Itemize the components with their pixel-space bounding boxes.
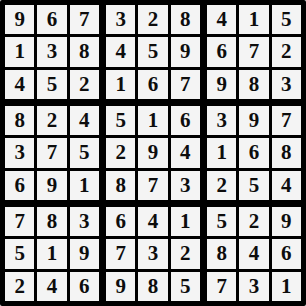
sudoku-box-4: 824375691: [5, 106, 99, 200]
cell-r2c1[interactable]: 1: [5, 37, 34, 66]
cell-r2c9[interactable]: 2: [272, 37, 301, 66]
cell-r6c7[interactable]: 2: [207, 171, 236, 200]
cell-r7c5[interactable]: 4: [138, 207, 167, 236]
cell-r4c9[interactable]: 7: [272, 106, 301, 135]
cell-r7c3[interactable]: 3: [70, 207, 99, 236]
cell-r3c4[interactable]: 1: [106, 70, 135, 99]
cell-r5c6[interactable]: 4: [171, 138, 200, 167]
cell-r9c8[interactable]: 3: [239, 272, 268, 301]
cell-r8c2[interactable]: 1: [37, 239, 66, 268]
cell-r1c3[interactable]: 7: [70, 5, 99, 34]
cell-r2c3[interactable]: 8: [70, 37, 99, 66]
cell-r9c4[interactable]: 9: [106, 272, 135, 301]
cell-r3c8[interactable]: 8: [239, 70, 268, 99]
cell-r6c1[interactable]: 6: [5, 171, 34, 200]
cell-r4c6[interactable]: 6: [171, 106, 200, 135]
cell-r5c3[interactable]: 5: [70, 138, 99, 167]
cell-r6c5[interactable]: 7: [138, 171, 167, 200]
cell-r4c1[interactable]: 8: [5, 106, 34, 135]
cell-r6c4[interactable]: 8: [106, 171, 135, 200]
cell-r8c1[interactable]: 5: [5, 239, 34, 268]
cell-r8c7[interactable]: 8: [207, 239, 236, 268]
cell-r4c8[interactable]: 9: [239, 106, 268, 135]
cell-r9c9[interactable]: 1: [272, 272, 301, 301]
cell-r1c8[interactable]: 1: [239, 5, 268, 34]
cell-r3c2[interactable]: 5: [37, 70, 66, 99]
cell-r7c9[interactable]: 9: [272, 207, 301, 236]
cell-r6c6[interactable]: 3: [171, 171, 200, 200]
cell-r8c5[interactable]: 3: [138, 239, 167, 268]
cell-r1c1[interactable]: 9: [5, 5, 34, 34]
cell-r3c3[interactable]: 2: [70, 70, 99, 99]
cell-r1c7[interactable]: 4: [207, 5, 236, 34]
cell-r3c7[interactable]: 9: [207, 70, 236, 99]
cell-r1c9[interactable]: 5: [272, 5, 301, 34]
cell-r9c6[interactable]: 5: [171, 272, 200, 301]
sudoku-box-5: 516294873: [106, 106, 200, 200]
cell-r9c2[interactable]: 4: [37, 272, 66, 301]
sudoku-box-9: 529846731: [207, 207, 301, 301]
cell-r2c8[interactable]: 7: [239, 37, 268, 66]
cell-r2c6[interactable]: 9: [171, 37, 200, 66]
cell-r5c4[interactable]: 2: [106, 138, 135, 167]
cell-r1c2[interactable]: 6: [37, 5, 66, 34]
cell-r7c2[interactable]: 8: [37, 207, 66, 236]
cell-r7c4[interactable]: 6: [106, 207, 135, 236]
cell-r8c8[interactable]: 4: [239, 239, 268, 268]
cell-r7c7[interactable]: 5: [207, 207, 236, 236]
cell-r4c5[interactable]: 1: [138, 106, 167, 135]
cell-r5c9[interactable]: 8: [272, 138, 301, 167]
cell-r3c1[interactable]: 4: [5, 70, 34, 99]
cell-r4c3[interactable]: 4: [70, 106, 99, 135]
sudoku-box-6: 397168254: [207, 106, 301, 200]
cell-r7c8[interactable]: 2: [239, 207, 268, 236]
cell-r5c1[interactable]: 3: [5, 138, 34, 167]
sudoku-board: 9671384523284591674156729838243756915162…: [0, 0, 306, 306]
cell-r3c9[interactable]: 3: [272, 70, 301, 99]
cell-r6c3[interactable]: 1: [70, 171, 99, 200]
cell-r2c2[interactable]: 3: [37, 37, 66, 66]
cell-r2c7[interactable]: 6: [207, 37, 236, 66]
sudoku-box-8: 641732985: [106, 207, 200, 301]
cell-r7c1[interactable]: 7: [5, 207, 34, 236]
sudoku-box-7: 783519246: [5, 207, 99, 301]
cell-r2c5[interactable]: 5: [138, 37, 167, 66]
sudoku-box-2: 328459167: [106, 5, 200, 99]
cell-r5c2[interactable]: 7: [37, 138, 66, 167]
cell-r7c6[interactable]: 1: [171, 207, 200, 236]
cell-r4c2[interactable]: 2: [37, 106, 66, 135]
cell-r9c1[interactable]: 2: [5, 272, 34, 301]
cell-r5c5[interactable]: 9: [138, 138, 167, 167]
cell-r5c8[interactable]: 6: [239, 138, 268, 167]
sudoku-box-3: 415672983: [207, 5, 301, 99]
cell-r8c4[interactable]: 7: [106, 239, 135, 268]
cell-r9c3[interactable]: 6: [70, 272, 99, 301]
cell-r5c7[interactable]: 1: [207, 138, 236, 167]
cell-r8c9[interactable]: 6: [272, 239, 301, 268]
cell-r9c5[interactable]: 8: [138, 272, 167, 301]
cell-r8c6[interactable]: 2: [171, 239, 200, 268]
cell-r6c2[interactable]: 9: [37, 171, 66, 200]
cell-r1c5[interactable]: 2: [138, 5, 167, 34]
cell-r2c4[interactable]: 4: [106, 37, 135, 66]
cell-r3c6[interactable]: 7: [171, 70, 200, 99]
cell-r4c7[interactable]: 3: [207, 106, 236, 135]
cell-r1c4[interactable]: 3: [106, 5, 135, 34]
cell-r1c6[interactable]: 8: [171, 5, 200, 34]
cell-r9c7[interactable]: 7: [207, 272, 236, 301]
sudoku-box-1: 967138452: [5, 5, 99, 99]
cell-r8c3[interactable]: 9: [70, 239, 99, 268]
cell-r6c8[interactable]: 5: [239, 171, 268, 200]
cell-r3c5[interactable]: 6: [138, 70, 167, 99]
cell-r4c4[interactable]: 5: [106, 106, 135, 135]
cell-r6c9[interactable]: 4: [272, 171, 301, 200]
